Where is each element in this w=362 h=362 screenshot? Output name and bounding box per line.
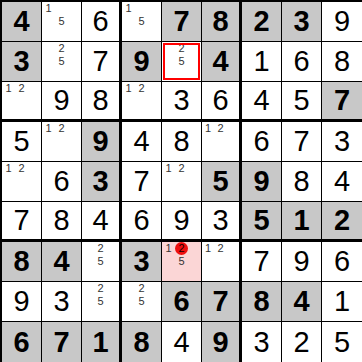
pencil-mark-2: 2	[94, 242, 106, 255]
cell-r4c5[interactable]: 5	[202, 162, 242, 202]
cell-value: 7	[173, 7, 189, 36]
pencil-mark-1: 1	[122, 2, 135, 15]
cell-value: 4	[13, 7, 29, 36]
cell-value: 1	[334, 287, 350, 316]
pencil-mark-2: 2	[135, 282, 148, 295]
cell-value: 6	[173, 287, 189, 316]
pencil-mark-2: 2	[15, 82, 28, 94]
cell-value: 5	[293, 86, 309, 115]
cell-value: 4	[334, 167, 350, 196]
cell-r4c7[interactable]: 8	[282, 162, 322, 202]
cell-r6c6[interactable]: 7	[242, 242, 282, 282]
cell-value: 6	[53, 167, 69, 196]
cell-value: 3	[253, 328, 269, 357]
cell-r4c2[interactable]: 3	[82, 162, 122, 202]
cell-r0c8[interactable]: 9	[322, 2, 362, 42]
cell-value: 5	[212, 167, 228, 196]
cell-value: 7	[212, 287, 228, 316]
cell-r6c2[interactable]: 25	[82, 242, 122, 282]
cell-r5c7[interactable]: 1	[282, 202, 322, 242]
cell-value: 6	[133, 206, 149, 235]
pencil-marks: 25	[162, 42, 201, 81]
pencil-mark-1: 1	[122, 82, 135, 94]
cell-value: 4	[92, 206, 108, 235]
cell-r2c5[interactable]: 6	[202, 82, 242, 122]
pencil-mark-2: 2	[55, 122, 68, 135]
cell-r7c5[interactable]: 7	[202, 282, 242, 322]
cell-value: 8	[92, 86, 108, 115]
cell-r0c7[interactable]: 3	[282, 2, 322, 42]
cell-value: 8	[253, 287, 269, 316]
pencil-mark-1: 1	[202, 122, 214, 135]
cell-value: 4	[53, 247, 69, 276]
cell-value: 3	[173, 86, 189, 115]
cell-r6c7[interactable]: 9	[282, 242, 322, 282]
pencil-mark-5: 5	[135, 15, 148, 28]
pencil-marks: 12	[202, 242, 239, 281]
cell-r6c3[interactable]: 3	[122, 242, 162, 282]
pencil-marks: 25	[42, 42, 81, 81]
cell-r4c1[interactable]: 6	[42, 162, 82, 202]
cell-r4c4[interactable]: 12	[162, 162, 202, 202]
pencil-mark-1: 1	[2, 162, 15, 175]
cell-r5c4[interactable]: 9	[162, 202, 202, 242]
pencil-mark-1: 1	[2, 82, 15, 94]
cell-value: 5	[253, 206, 269, 235]
cell-r8c5[interactable]: 9	[202, 322, 242, 362]
cell-r2c0[interactable]: 12	[2, 82, 42, 122]
cell-value: 9	[92, 127, 108, 156]
cell-r0c6[interactable]: 2	[242, 2, 282, 42]
cell-value: 4	[253, 86, 269, 115]
cell-r1c0[interactable]: 3	[2, 42, 42, 82]
cell-r7c6[interactable]: 8	[242, 282, 282, 322]
pencil-mark-5: 5	[175, 255, 188, 268]
cell-r2c4[interactable]: 3	[162, 82, 202, 122]
cell-r0c4[interactable]: 7	[162, 2, 202, 42]
cell-r8c7[interactable]: 2	[282, 322, 322, 362]
cell-r5c6[interactable]: 5	[242, 202, 282, 242]
cell-value: 8	[173, 127, 189, 156]
hint-circled-digit: 2	[175, 242, 188, 255]
cell-value: 4	[173, 328, 189, 357]
cell-r1c2[interactable]: 7	[82, 42, 122, 82]
cell-value: 6	[334, 247, 350, 276]
pencil-marks: 12	[2, 162, 41, 201]
cell-r2c6[interactable]: 4	[242, 82, 282, 122]
pencil-mark-5: 5	[55, 15, 68, 28]
cell-r3c5[interactable]: 12	[202, 122, 242, 162]
cell-value: 3	[334, 127, 350, 156]
cell-r5c2[interactable]: 4	[82, 202, 122, 242]
cell-r2c3[interactable]: 12	[122, 82, 162, 122]
cell-value: 8	[212, 7, 228, 36]
cell-value: 6	[253, 127, 269, 156]
cell-value: 7	[133, 167, 149, 196]
cell-value: 2	[293, 328, 309, 357]
cell-r7c8[interactable]: 1	[322, 282, 362, 322]
cell-r2c7[interactable]: 5	[282, 82, 322, 122]
pencil-mark-1: 1	[42, 2, 55, 15]
cell-r3c7[interactable]: 7	[282, 122, 322, 162]
cell-r3c1[interactable]: 12	[42, 122, 82, 162]
pencil-marks: 25	[82, 242, 119, 281]
pencil-marks: 12	[122, 82, 161, 119]
pencil-mark-1: 1	[202, 242, 214, 255]
cell-value: 4	[133, 127, 149, 156]
pencil-mark-1: 1	[162, 242, 175, 255]
cell-r1c3[interactable]: 9	[122, 42, 162, 82]
pencil-mark-5: 5	[94, 295, 106, 308]
cell-r4c8[interactable]: 4	[322, 162, 362, 202]
cell-value: 3	[293, 7, 309, 36]
cell-r7c7[interactable]: 4	[282, 282, 322, 322]
cell-value: 9	[293, 247, 309, 276]
cell-r4c6[interactable]: 9	[242, 162, 282, 202]
cell-r6c4[interactable]: 125	[162, 242, 202, 282]
cell-r6c1[interactable]: 4	[42, 242, 82, 282]
cell-r0c3[interactable]: 15	[122, 2, 162, 42]
pencil-mark-2: 2	[214, 122, 226, 135]
cell-r6c5[interactable]: 12	[202, 242, 242, 282]
cell-value: 7	[53, 328, 69, 357]
cell-value: 9	[53, 86, 69, 115]
cell-r8c6[interactable]: 3	[242, 322, 282, 362]
cell-value: 9	[13, 287, 29, 316]
cell-r7c0[interactable]: 9	[2, 282, 42, 322]
pencil-mark-5: 5	[94, 255, 106, 268]
cell-value: 1	[253, 47, 269, 76]
cell-value: 8	[53, 206, 69, 235]
cell-r8c4[interactable]: 4	[162, 322, 202, 362]
cell-value: 2	[253, 7, 269, 36]
pencil-marks: 25	[82, 282, 119, 321]
cell-r1c8[interactable]: 8	[322, 42, 362, 82]
cell-value: 5	[13, 127, 29, 156]
cell-r0c5[interactable]: 8	[202, 2, 242, 42]
cell-value: 5	[334, 328, 350, 357]
pencil-mark-5: 5	[135, 295, 148, 308]
cell-value: 3	[133, 247, 149, 276]
pencil-mark-2: 2	[15, 162, 28, 175]
pencil-mark-1: 1	[42, 122, 55, 135]
cell-r1c6[interactable]: 1	[242, 42, 282, 82]
cell-r6c8[interactable]: 6	[322, 242, 362, 282]
pencil-marks: 15	[122, 2, 161, 41]
cell-value: 8	[334, 47, 350, 76]
cell-value: 3	[13, 47, 29, 76]
cell-r3c0[interactable]: 5	[2, 122, 42, 162]
cell-r7c1[interactable]: 3	[42, 282, 82, 322]
cell-r8c3[interactable]: 8	[122, 322, 162, 362]
cell-value: 9	[334, 7, 350, 36]
cell-r8c0[interactable]: 6	[2, 322, 42, 362]
cell-r3c6[interactable]: 6	[242, 122, 282, 162]
cell-r8c8[interactable]: 5	[322, 322, 362, 362]
cell-value: 1	[92, 328, 108, 357]
cell-r3c3[interactable]: 4	[122, 122, 162, 162]
cell-value: 7	[13, 206, 29, 235]
cell-r5c1[interactable]: 8	[42, 202, 82, 242]
cell-value: 3	[212, 206, 228, 235]
pencil-marks: 125	[162, 242, 201, 281]
cell-r5c3[interactable]: 6	[122, 202, 162, 242]
cell-value: 9	[212, 328, 228, 357]
cell-r3c4[interactable]: 8	[162, 122, 202, 162]
pencil-marks: 25	[122, 282, 161, 321]
cell-value: 7	[253, 247, 269, 276]
cell-value: 6	[212, 86, 228, 115]
cell-value: 7	[334, 86, 350, 115]
cell-value: 6	[92, 7, 108, 36]
pencil-mark-2: 2	[175, 42, 188, 55]
cell-value: 9	[173, 206, 189, 235]
cell-value: 1	[293, 206, 309, 235]
cell-r1c1[interactable]: 25	[42, 42, 82, 82]
cell-r0c2[interactable]: 6	[82, 2, 122, 42]
pencil-marks: 12	[2, 82, 41, 119]
cell-r2c1[interactable]: 9	[42, 82, 82, 122]
cell-r0c0[interactable]: 4	[2, 2, 42, 42]
cell-value: 8	[133, 328, 149, 357]
cell-r2c8[interactable]: 7	[322, 82, 362, 122]
cell-value: 4	[212, 47, 228, 76]
pencil-mark-2: 2	[175, 162, 188, 175]
cell-r4c0[interactable]: 12	[2, 162, 42, 202]
cell-r1c4[interactable]: 25	[162, 42, 202, 82]
cell-r1c7[interactable]: 6	[282, 42, 322, 82]
cell-value: 9	[253, 167, 269, 196]
pencil-marks: 12	[42, 122, 81, 161]
cell-value: 2	[334, 206, 350, 235]
cell-value: 6	[293, 47, 309, 76]
pencil-mark-5: 5	[175, 55, 188, 68]
cell-r3c2[interactable]: 9	[82, 122, 122, 162]
cell-r4c3[interactable]: 7	[122, 162, 162, 202]
cell-r5c0[interactable]: 7	[2, 202, 42, 242]
pencil-mark-2: 2	[94, 282, 106, 295]
cell-value: 9	[133, 47, 149, 76]
cell-r3c8[interactable]: 3	[322, 122, 362, 162]
cell-r0c1[interactable]: 15	[42, 2, 82, 42]
pencil-mark-1: 1	[162, 162, 175, 175]
cell-value: 3	[53, 287, 69, 316]
sudoku-board: 4156157823932579254168129812364575129481…	[0, 0, 362, 362]
cell-r7c3[interactable]: 25	[122, 282, 162, 322]
cell-value: 7	[92, 47, 108, 76]
cell-value: 8	[13, 247, 29, 276]
pencil-marks: 12	[202, 122, 239, 161]
cell-r2c2[interactable]: 8	[82, 82, 122, 122]
cell-r1c5[interactable]: 4	[202, 42, 242, 82]
cell-value: 7	[293, 127, 309, 156]
pencil-marks: 15	[42, 2, 81, 41]
cell-r6c0[interactable]: 8	[2, 242, 42, 282]
cell-r7c4[interactable]: 6	[162, 282, 202, 322]
cell-value: 8	[293, 167, 309, 196]
cell-value: 6	[13, 328, 29, 357]
cell-value: 3	[92, 167, 108, 196]
cell-r5c8[interactable]: 2	[322, 202, 362, 242]
cell-r5c5[interactable]: 3	[202, 202, 242, 242]
pencil-mark-2: 2	[135, 82, 148, 94]
pencil-marks: 12	[162, 162, 201, 201]
pencil-mark-5: 5	[55, 55, 68, 68]
pencil-mark-2: 2	[214, 242, 226, 255]
cell-r8c2[interactable]: 1	[82, 322, 122, 362]
pencil-mark-2: 2	[55, 42, 68, 55]
cell-r7c2[interactable]: 25	[82, 282, 122, 322]
cell-value: 4	[293, 287, 309, 316]
cell-r8c1[interactable]: 7	[42, 322, 82, 362]
